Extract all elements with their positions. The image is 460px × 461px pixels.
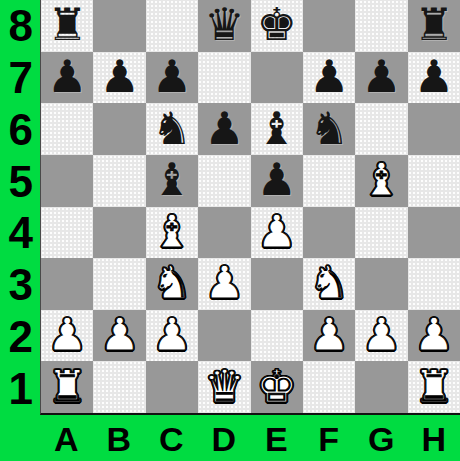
square-b7[interactable]: ♟ bbox=[93, 52, 145, 104]
rank-label-6: 6 bbox=[0, 104, 40, 156]
black-pawn: ♟ bbox=[99, 54, 139, 99]
square-h2[interactable]: ♟ bbox=[408, 310, 460, 362]
square-h1[interactable]: ♜ bbox=[408, 361, 460, 413]
square-e4[interactable]: ♟ bbox=[251, 207, 303, 259]
file-label-a: A bbox=[40, 415, 93, 461]
square-c8[interactable] bbox=[146, 0, 198, 52]
black-pawn: ♟ bbox=[414, 54, 454, 99]
square-b2[interactable]: ♟ bbox=[93, 310, 145, 362]
black-pawn: ♟ bbox=[257, 157, 297, 202]
square-a7[interactable]: ♟ bbox=[41, 52, 93, 104]
square-e2[interactable] bbox=[251, 310, 303, 362]
square-e6[interactable]: ♝ bbox=[251, 103, 303, 155]
white-pawn: ♟ bbox=[414, 312, 454, 357]
file-label-e: E bbox=[250, 415, 303, 461]
square-g5[interactable]: ♝ bbox=[355, 155, 407, 207]
black-knight: ♞ bbox=[152, 106, 192, 151]
black-pawn: ♟ bbox=[309, 54, 349, 99]
white-rook: ♜ bbox=[47, 364, 87, 409]
file-label-g: G bbox=[355, 415, 408, 461]
square-c6[interactable]: ♞ bbox=[146, 103, 198, 155]
black-rook: ♜ bbox=[414, 2, 454, 47]
square-h6[interactable] bbox=[408, 103, 460, 155]
black-bishop: ♝ bbox=[152, 157, 192, 202]
file-label-f: F bbox=[303, 415, 356, 461]
square-f3[interactable]: ♞ bbox=[303, 258, 355, 310]
white-rook: ♜ bbox=[414, 364, 454, 409]
square-b3[interactable] bbox=[93, 258, 145, 310]
square-g6[interactable] bbox=[355, 103, 407, 155]
square-h5[interactable] bbox=[408, 155, 460, 207]
square-f1[interactable] bbox=[303, 361, 355, 413]
square-g2[interactable]: ♟ bbox=[355, 310, 407, 362]
rank-label-8: 8 bbox=[0, 0, 40, 52]
rank-label-4: 4 bbox=[0, 208, 40, 260]
rank-label-5: 5 bbox=[0, 156, 40, 208]
black-pawn: ♟ bbox=[204, 106, 244, 151]
square-g3[interactable] bbox=[355, 258, 407, 310]
square-e7[interactable] bbox=[251, 52, 303, 104]
square-d6[interactable]: ♟ bbox=[198, 103, 250, 155]
black-king: ♚ bbox=[257, 2, 297, 47]
square-d4[interactable] bbox=[198, 207, 250, 259]
square-c5[interactable]: ♝ bbox=[146, 155, 198, 207]
square-h7[interactable]: ♟ bbox=[408, 52, 460, 104]
file-label-d: D bbox=[198, 415, 251, 461]
black-pawn: ♟ bbox=[152, 54, 192, 99]
square-b5[interactable] bbox=[93, 155, 145, 207]
square-e1[interactable]: ♚ bbox=[251, 361, 303, 413]
square-f5[interactable] bbox=[303, 155, 355, 207]
black-knight: ♞ bbox=[309, 106, 349, 151]
square-f7[interactable]: ♟ bbox=[303, 52, 355, 104]
square-d1[interactable]: ♛ bbox=[198, 361, 250, 413]
square-g1[interactable] bbox=[355, 361, 407, 413]
square-c1[interactable] bbox=[146, 361, 198, 413]
white-king: ♚ bbox=[257, 364, 297, 409]
white-pawn: ♟ bbox=[257, 209, 297, 254]
square-d3[interactable]: ♟ bbox=[198, 258, 250, 310]
square-a1[interactable]: ♜ bbox=[41, 361, 93, 413]
file-label-c: C bbox=[145, 415, 198, 461]
square-d7[interactable] bbox=[198, 52, 250, 104]
square-c3[interactable]: ♞ bbox=[146, 258, 198, 310]
square-a2[interactable]: ♟ bbox=[41, 310, 93, 362]
square-a4[interactable] bbox=[41, 207, 93, 259]
square-f6[interactable]: ♞ bbox=[303, 103, 355, 155]
white-pawn: ♟ bbox=[204, 260, 244, 305]
square-b4[interactable] bbox=[93, 207, 145, 259]
square-d5[interactable] bbox=[198, 155, 250, 207]
square-c4[interactable]: ♝ bbox=[146, 207, 198, 259]
square-e8[interactable]: ♚ bbox=[251, 0, 303, 52]
white-pawn: ♟ bbox=[361, 312, 401, 357]
white-pawn: ♟ bbox=[99, 312, 139, 357]
square-f2[interactable]: ♟ bbox=[303, 310, 355, 362]
white-pawn: ♟ bbox=[152, 312, 192, 357]
square-c2[interactable]: ♟ bbox=[146, 310, 198, 362]
square-f4[interactable] bbox=[303, 207, 355, 259]
white-pawn: ♟ bbox=[309, 312, 349, 357]
square-b8[interactable] bbox=[93, 0, 145, 52]
black-queen: ♛ bbox=[204, 2, 244, 47]
square-g4[interactable] bbox=[355, 207, 407, 259]
file-label-b: B bbox=[93, 415, 146, 461]
square-g8[interactable] bbox=[355, 0, 407, 52]
square-h4[interactable] bbox=[408, 207, 460, 259]
chess-board: ♜♛♚♜♟♟♟♟♟♟♞♟♝♞♝♟♝♝♟♞♟♞♟♟♟♟♟♟♜♛♚♜ bbox=[40, 0, 460, 415]
square-e3[interactable] bbox=[251, 258, 303, 310]
rank-label-3: 3 bbox=[0, 259, 40, 311]
square-d2[interactable] bbox=[198, 310, 250, 362]
file-label-h: H bbox=[408, 415, 460, 461]
file-labels: ABCDEFGH bbox=[40, 415, 460, 461]
board-corner bbox=[0, 415, 40, 461]
square-a6[interactable] bbox=[41, 103, 93, 155]
square-c7[interactable]: ♟ bbox=[146, 52, 198, 104]
white-pawn: ♟ bbox=[47, 312, 87, 357]
square-e5[interactable]: ♟ bbox=[251, 155, 303, 207]
square-h8[interactable]: ♜ bbox=[408, 0, 460, 52]
square-g7[interactable]: ♟ bbox=[355, 52, 407, 104]
square-b1[interactable] bbox=[93, 361, 145, 413]
rank-labels: 87654321 bbox=[0, 0, 40, 415]
rank-label-7: 7 bbox=[0, 52, 40, 104]
white-knight: ♞ bbox=[152, 260, 192, 305]
square-h3[interactable] bbox=[408, 258, 460, 310]
black-pawn: ♟ bbox=[47, 54, 87, 99]
square-d8[interactable]: ♛ bbox=[198, 0, 250, 52]
square-a8[interactable]: ♜ bbox=[41, 0, 93, 52]
black-bishop: ♝ bbox=[257, 106, 297, 151]
square-a3[interactable] bbox=[41, 258, 93, 310]
white-bishop: ♝ bbox=[152, 209, 192, 254]
chess-app-frame: 87654321 ♜♛♚♜♟♟♟♟♟♟♞♟♝♞♝♟♝♝♟♞♟♞♟♟♟♟♟♟♜♛♚… bbox=[0, 0, 460, 461]
rank-label-1: 1 bbox=[0, 363, 40, 415]
square-f8[interactable] bbox=[303, 0, 355, 52]
white-bishop: ♝ bbox=[361, 157, 401, 202]
square-b6[interactable] bbox=[93, 103, 145, 155]
white-queen: ♛ bbox=[204, 364, 244, 409]
black-pawn: ♟ bbox=[361, 54, 401, 99]
white-knight: ♞ bbox=[309, 260, 349, 305]
square-a5[interactable] bbox=[41, 155, 93, 207]
black-rook: ♜ bbox=[47, 2, 87, 47]
rank-label-2: 2 bbox=[0, 311, 40, 363]
